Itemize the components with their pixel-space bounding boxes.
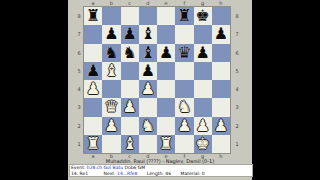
square-a7[interactable]	[84, 25, 102, 43]
square-b8[interactable]	[102, 7, 120, 25]
piece-white-knight: ♞	[141, 118, 155, 134]
square-a5[interactable]: ♟	[84, 62, 102, 80]
piece-black-knight: ♞	[122, 45, 136, 61]
square-e7[interactable]	[157, 25, 175, 43]
square-e8[interactable]	[157, 7, 175, 25]
square-d2[interactable]: ♞	[139, 117, 157, 135]
square-g3[interactable]	[194, 98, 212, 116]
game-info-box: Event: h28.ch Gol Batu Dob6 GM 14. Re1 N…	[69, 164, 253, 177]
square-a6[interactable]	[84, 44, 102, 62]
square-e3[interactable]	[157, 98, 175, 116]
piece-white-queen: ♛	[104, 99, 118, 115]
square-h8[interactable]	[212, 7, 230, 25]
chess-board: ♜♜♚♟♟♝♟♞♞♝♟♛♟♟♝♟♟♟♛♟♞♟♞♟♟♟♜♝♜♚	[84, 7, 230, 153]
square-c3[interactable]: ♟	[121, 98, 139, 116]
event-label: Event:	[71, 165, 85, 170]
square-h1[interactable]	[212, 135, 230, 153]
square-b7[interactable]: ♟	[102, 25, 120, 43]
piece-black-queen: ♛	[177, 45, 191, 61]
square-b6[interactable]: ♞	[102, 44, 120, 62]
square-d6[interactable]: ♝	[139, 44, 157, 62]
piece-white-pawn: ♟	[104, 118, 118, 134]
square-h4[interactable]	[212, 80, 230, 98]
square-e2[interactable]	[157, 117, 175, 135]
square-e4[interactable]	[157, 80, 175, 98]
piece-white-pawn: ♟	[86, 81, 100, 97]
rank-labels-left: 87654321	[76, 7, 82, 153]
current-move: 14. Re1	[71, 171, 88, 176]
piece-black-pawn: ♟	[86, 63, 100, 79]
material-value: 0	[202, 171, 205, 176]
square-d4[interactable]: ♟	[139, 80, 157, 98]
piece-black-pawn: ♟	[141, 63, 155, 79]
square-a8[interactable]: ♜	[84, 7, 102, 25]
piece-white-pawn: ♟	[214, 118, 228, 134]
piece-white-pawn: ♟	[141, 81, 155, 97]
piece-white-pawn: ♟	[177, 118, 191, 134]
square-g1[interactable]: ♚	[194, 135, 212, 153]
square-h5[interactable]	[212, 62, 230, 80]
piece-black-bishop: ♝	[141, 45, 155, 61]
pillarbox-right	[252, 0, 320, 180]
square-b2[interactable]: ♟	[102, 117, 120, 135]
square-g2[interactable]: ♟	[194, 117, 212, 135]
square-b1[interactable]	[102, 135, 120, 153]
square-d3[interactable]	[139, 98, 157, 116]
square-f8[interactable]: ♜	[175, 7, 193, 25]
square-c6[interactable]: ♞	[121, 44, 139, 62]
piece-white-pawn: ♟	[122, 99, 136, 115]
event-suffix: Dob6 GM	[124, 165, 145, 170]
square-a4[interactable]: ♟	[84, 80, 102, 98]
square-f3[interactable]: ♞	[175, 98, 193, 116]
piece-black-rook: ♜	[86, 8, 100, 24]
square-g5[interactable]	[194, 62, 212, 80]
piece-black-knight: ♞	[104, 45, 118, 61]
square-d7[interactable]: ♝	[139, 25, 157, 43]
square-c4[interactable]	[121, 80, 139, 98]
square-h2[interactable]: ♟	[212, 117, 230, 135]
square-a1[interactable]: ♜	[84, 135, 102, 153]
square-f6[interactable]: ♛	[175, 44, 193, 62]
square-g8[interactable]: ♚	[194, 7, 212, 25]
square-a2[interactable]	[84, 117, 102, 135]
piece-black-pawn: ♟	[195, 45, 209, 61]
piece-black-pawn: ♟	[159, 45, 173, 61]
square-g6[interactable]: ♟	[194, 44, 212, 62]
square-g4[interactable]	[194, 80, 212, 98]
square-d1[interactable]	[139, 135, 157, 153]
square-f5[interactable]	[175, 62, 193, 80]
move-info-line: 14. Re1 Next: 14...Rfe8 Length: 46 Mater…	[71, 171, 251, 177]
square-c5[interactable]	[121, 62, 139, 80]
square-d5[interactable]: ♟	[139, 62, 157, 80]
chess-app-area: abcdefgh 87654321 87654321 ♜♜♚♟♟♝♟♞♞♝♟♛♟…	[68, 0, 252, 180]
square-e1[interactable]: ♜	[157, 135, 175, 153]
piece-white-pawn: ♟	[195, 118, 209, 134]
square-g7[interactable]	[194, 25, 212, 43]
square-b4[interactable]	[102, 80, 120, 98]
square-c2[interactable]	[121, 117, 139, 135]
piece-white-bishop: ♝	[122, 136, 136, 152]
material-label: Material:	[181, 171, 201, 176]
piece-white-king: ♚	[195, 136, 209, 152]
event-value[interactable]: h28.ch Gol Batu	[87, 165, 123, 170]
square-b3[interactable]: ♛	[102, 98, 120, 116]
piece-white-rook: ♜	[86, 136, 100, 152]
square-c7[interactable]: ♟	[121, 25, 139, 43]
next-move[interactable]: 14...Rfe8	[117, 171, 137, 176]
piece-black-pawn: ♟	[104, 26, 118, 42]
square-b5[interactable]: ♝	[102, 62, 120, 80]
length-label: Length:	[147, 171, 164, 176]
piece-white-bishop: ♝	[104, 63, 118, 79]
file-labels-top: abcdefgh	[84, 1, 230, 6]
square-e5[interactable]	[157, 62, 175, 80]
piece-white-knight: ♞	[177, 99, 191, 115]
square-d8[interactable]	[139, 7, 157, 25]
square-c1[interactable]: ♝	[121, 135, 139, 153]
square-f4[interactable]	[175, 80, 193, 98]
piece-black-pawn: ♟	[122, 26, 136, 42]
piece-white-rook: ♜	[159, 136, 173, 152]
square-h6[interactable]	[212, 44, 230, 62]
square-a3[interactable]	[84, 98, 102, 116]
piece-black-bishop: ♝	[141, 26, 155, 42]
next-label: Next:	[104, 171, 116, 176]
square-c8[interactable]	[121, 7, 139, 25]
piece-black-rook: ♜	[177, 8, 191, 24]
piece-black-king: ♚	[195, 8, 209, 24]
square-f2[interactable]: ♟	[175, 117, 193, 135]
length-value: 46	[165, 171, 171, 176]
square-f1[interactable]	[175, 135, 193, 153]
square-h3[interactable]	[212, 98, 230, 116]
square-e6[interactable]: ♟	[157, 44, 175, 62]
pillarbox-left	[0, 0, 68, 180]
piece-black-pawn: ♟	[214, 26, 228, 42]
rank-labels-right: 87654321	[234, 7, 240, 153]
square-f7[interactable]	[175, 25, 193, 43]
square-h7[interactable]: ♟	[212, 25, 230, 43]
